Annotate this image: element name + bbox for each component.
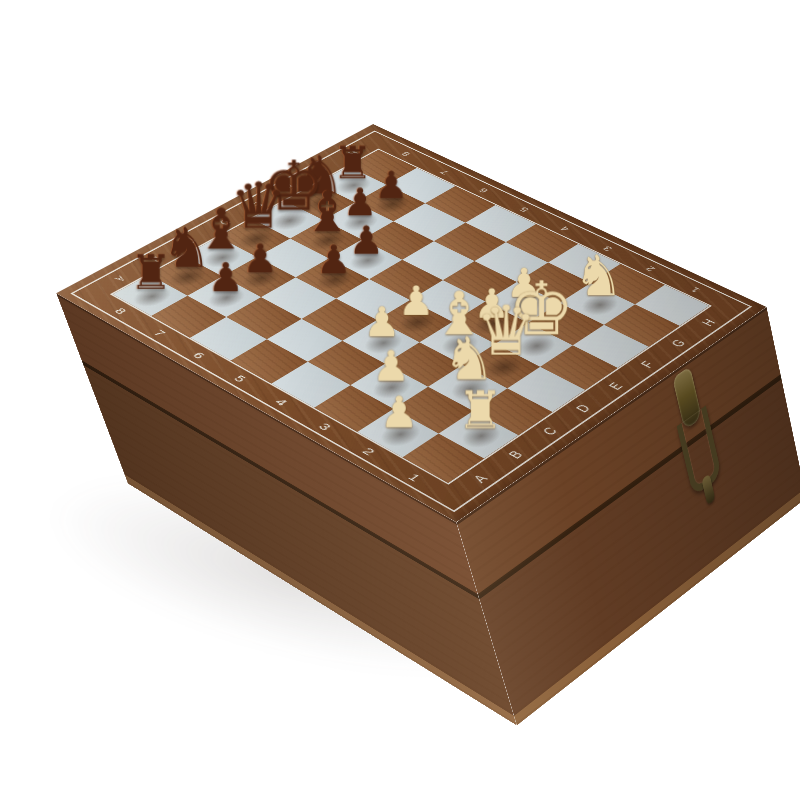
chess-box: 87654321 87654321 ABCDEFGH ABCDEFGH ♜♞♟♚… <box>56 124 766 522</box>
piece-dark-pawn-d6: ♟ <box>295 258 369 298</box>
dark-pawn-glyph: ♟ <box>308 240 360 280</box>
light-rook-glyph: ♜ <box>452 384 509 436</box>
product-photo: 87654321 87654321 ABCDEFGH ABCDEFGH ♜♞♟♚… <box>0 0 800 800</box>
light-pawn-glyph: ♟ <box>363 345 418 387</box>
dark-pawn-glyph: ♟ <box>199 257 251 297</box>
light-knight-glyph: ♞ <box>572 248 625 304</box>
light-pawn-glyph: ♟ <box>371 391 428 434</box>
clasp-latch <box>666 362 728 523</box>
light-pawn-glyph: ♟ <box>355 301 409 342</box>
